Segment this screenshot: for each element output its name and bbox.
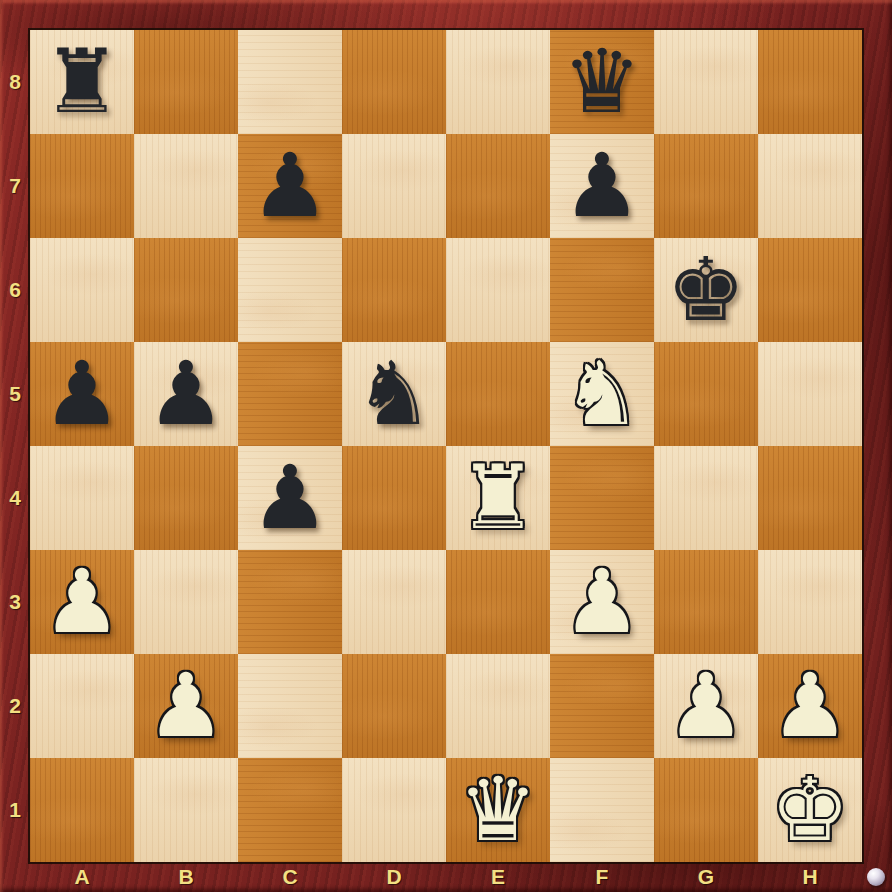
rank-label-2: 2 bbox=[0, 654, 30, 758]
piece-white-pawn-a3[interactable]: ♟ bbox=[43, 550, 122, 654]
file-label-d: D bbox=[342, 862, 446, 892]
square-d5[interactable]: ♞ bbox=[342, 342, 446, 446]
square-f7[interactable]: ♟ bbox=[550, 134, 654, 238]
square-h8[interactable] bbox=[758, 30, 862, 134]
square-g1[interactable] bbox=[654, 758, 758, 862]
rank-label-1: 1 bbox=[0, 758, 30, 862]
file-label-b: B bbox=[134, 862, 238, 892]
piece-white-queen-e1[interactable]: ♛ bbox=[459, 758, 538, 862]
piece-white-pawn-f3[interactable]: ♟ bbox=[563, 550, 642, 654]
square-f8[interactable]: ♛ bbox=[550, 30, 654, 134]
square-f1[interactable] bbox=[550, 758, 654, 862]
square-d1[interactable] bbox=[342, 758, 446, 862]
square-f3[interactable]: ♟ bbox=[550, 550, 654, 654]
square-g6[interactable]: ♚ bbox=[654, 238, 758, 342]
square-a2[interactable] bbox=[30, 654, 134, 758]
square-h1[interactable]: ♚ bbox=[758, 758, 862, 862]
square-d4[interactable] bbox=[342, 446, 446, 550]
piece-white-knight-f5[interactable]: ♞ bbox=[563, 342, 642, 446]
piece-black-rook-a8[interactable]: ♜ bbox=[43, 30, 122, 134]
square-c8[interactable] bbox=[238, 30, 342, 134]
square-f6[interactable] bbox=[550, 238, 654, 342]
rank-label-6: 6 bbox=[0, 238, 30, 342]
square-h7[interactable] bbox=[758, 134, 862, 238]
square-g2[interactable]: ♟ bbox=[654, 654, 758, 758]
file-label-c: C bbox=[238, 862, 342, 892]
square-h2[interactable]: ♟ bbox=[758, 654, 862, 758]
square-g3[interactable] bbox=[654, 550, 758, 654]
file-label-e: E bbox=[446, 862, 550, 892]
rank-label-3: 3 bbox=[0, 550, 30, 654]
piece-black-pawn-c7[interactable]: ♟ bbox=[251, 134, 330, 238]
piece-black-knight-d5[interactable]: ♞ bbox=[355, 342, 434, 446]
rank-label-7: 7 bbox=[0, 134, 30, 238]
square-f4[interactable] bbox=[550, 446, 654, 550]
square-e1[interactable]: ♛ bbox=[446, 758, 550, 862]
piece-white-king-h1[interactable]: ♚ bbox=[771, 758, 850, 862]
square-g5[interactable] bbox=[654, 342, 758, 446]
square-a8[interactable]: ♜ bbox=[30, 30, 134, 134]
white-to-move-indicator bbox=[867, 868, 885, 886]
piece-white-pawn-g2[interactable]: ♟ bbox=[667, 654, 746, 758]
piece-white-pawn-b2[interactable]: ♟ bbox=[147, 654, 226, 758]
file-label-a: A bbox=[30, 862, 134, 892]
square-d8[interactable] bbox=[342, 30, 446, 134]
square-b2[interactable]: ♟ bbox=[134, 654, 238, 758]
square-c4[interactable]: ♟ bbox=[238, 446, 342, 550]
square-g7[interactable] bbox=[654, 134, 758, 238]
square-e8[interactable] bbox=[446, 30, 550, 134]
square-f5[interactable]: ♞ bbox=[550, 342, 654, 446]
square-d6[interactable] bbox=[342, 238, 446, 342]
square-e6[interactable] bbox=[446, 238, 550, 342]
piece-black-pawn-c4[interactable]: ♟ bbox=[251, 446, 330, 550]
square-b1[interactable] bbox=[134, 758, 238, 862]
rank-label-4: 4 bbox=[0, 446, 30, 550]
square-h5[interactable] bbox=[758, 342, 862, 446]
square-h3[interactable] bbox=[758, 550, 862, 654]
file-label-f: F bbox=[550, 862, 654, 892]
rank-label-5: 5 bbox=[0, 342, 30, 446]
piece-black-queen-f8[interactable]: ♛ bbox=[563, 30, 642, 134]
square-a6[interactable] bbox=[30, 238, 134, 342]
square-a4[interactable] bbox=[30, 446, 134, 550]
square-b4[interactable] bbox=[134, 446, 238, 550]
piece-white-pawn-h2[interactable]: ♟ bbox=[771, 654, 850, 758]
square-a5[interactable]: ♟ bbox=[30, 342, 134, 446]
square-d2[interactable] bbox=[342, 654, 446, 758]
file-labels: ABCDEFGH bbox=[30, 862, 862, 892]
square-b8[interactable] bbox=[134, 30, 238, 134]
square-d7[interactable] bbox=[342, 134, 446, 238]
rank-label-8: 8 bbox=[0, 30, 30, 134]
piece-black-pawn-f7[interactable]: ♟ bbox=[563, 134, 642, 238]
square-e7[interactable] bbox=[446, 134, 550, 238]
square-d3[interactable] bbox=[342, 550, 446, 654]
piece-black-pawn-a5[interactable]: ♟ bbox=[43, 342, 122, 446]
square-c5[interactable] bbox=[238, 342, 342, 446]
square-h6[interactable] bbox=[758, 238, 862, 342]
piece-black-king-g6[interactable]: ♚ bbox=[667, 238, 746, 342]
square-b7[interactable] bbox=[134, 134, 238, 238]
piece-white-rook-e4[interactable]: ♜ bbox=[459, 446, 538, 550]
piece-black-pawn-b5[interactable]: ♟ bbox=[147, 342, 226, 446]
square-g8[interactable] bbox=[654, 30, 758, 134]
square-b5[interactable]: ♟ bbox=[134, 342, 238, 446]
square-c6[interactable] bbox=[238, 238, 342, 342]
square-e5[interactable] bbox=[446, 342, 550, 446]
square-h4[interactable] bbox=[758, 446, 862, 550]
square-e4[interactable]: ♜ bbox=[446, 446, 550, 550]
square-a1[interactable] bbox=[30, 758, 134, 862]
square-a7[interactable] bbox=[30, 134, 134, 238]
square-b3[interactable] bbox=[134, 550, 238, 654]
square-e3[interactable] bbox=[446, 550, 550, 654]
square-c7[interactable]: ♟ bbox=[238, 134, 342, 238]
file-label-h: H bbox=[758, 862, 862, 892]
square-e2[interactable] bbox=[446, 654, 550, 758]
rank-labels: 87654321 bbox=[0, 30, 30, 862]
square-c1[interactable] bbox=[238, 758, 342, 862]
chessboard: ♜♛♟♟♚♟♟♞♞♟♜♟♟♟♟♟♛♚ bbox=[30, 30, 862, 862]
chessboard-frame: ♜♛♟♟♚♟♟♞♞♟♜♟♟♟♟♟♛♚ 87654321 ABCDEFGH bbox=[0, 0, 892, 892]
file-label-g: G bbox=[654, 862, 758, 892]
square-b6[interactable] bbox=[134, 238, 238, 342]
square-c2[interactable] bbox=[238, 654, 342, 758]
square-c3[interactable] bbox=[238, 550, 342, 654]
square-g4[interactable] bbox=[654, 446, 758, 550]
square-f2[interactable] bbox=[550, 654, 654, 758]
square-a3[interactable]: ♟ bbox=[30, 550, 134, 654]
